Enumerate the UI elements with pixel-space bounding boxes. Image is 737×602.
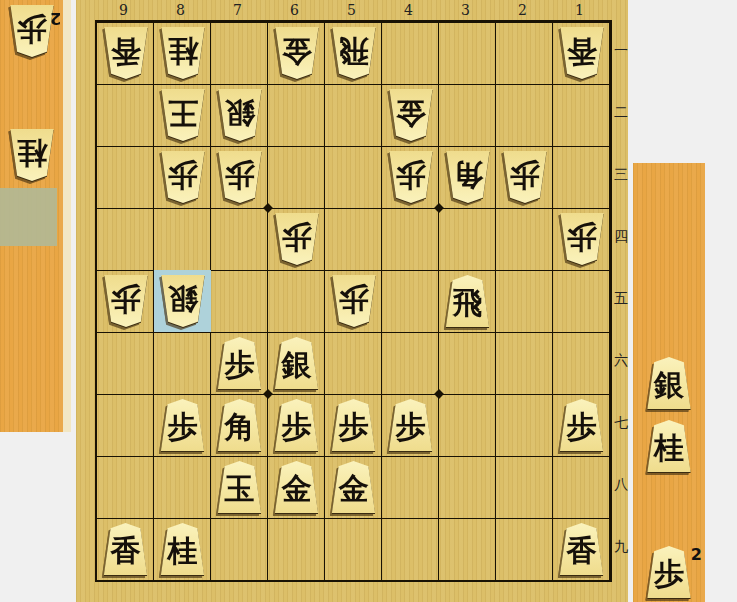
board-square-4二[interactable]: 金 [382, 84, 439, 146]
board-square-3三[interactable]: 角 [439, 146, 496, 208]
piece-kanji: 桂 [168, 536, 198, 566]
piece-kanji: 香 [111, 36, 141, 66]
shogi-piece[interactable]: 王 [159, 89, 207, 141]
shogi-piece[interactable]: 香 [558, 27, 606, 79]
rank-label-4: 四 [610, 206, 632, 268]
piece-kanji: 歩 [282, 412, 312, 442]
piece-kanji: 香 [567, 36, 597, 66]
board-square-1四[interactable]: 歩 [553, 208, 610, 270]
shogi-piece[interactable]: 飛 [330, 27, 378, 79]
board-square-5七[interactable]: 歩 [325, 394, 382, 456]
board-square-5五[interactable]: 歩 [325, 270, 382, 332]
gote-hand-tray: 歩2桂 [0, 0, 71, 432]
gote-piece-body: 歩 [558, 213, 606, 265]
piece-kanji: 銀 [225, 98, 255, 128]
piece-kanji: 玉 [225, 474, 255, 504]
piece-kanji: 香 [111, 536, 141, 566]
board-square-7六[interactable]: 歩 [211, 332, 268, 394]
gote-piece-body: 飛 [330, 27, 378, 79]
piece-kanji: 歩 [396, 160, 426, 190]
piece-kanji: 歩 [339, 284, 369, 314]
sente-piece-body: 歩 [273, 399, 321, 451]
sente-piece-body: 歩 [159, 399, 207, 451]
shogi-piece[interactable]: 金 [330, 461, 378, 513]
hand-count: 2 [50, 10, 61, 26]
shogi-piece[interactable]: 玉 [216, 461, 264, 513]
gote-piece-body: 歩 [102, 275, 150, 327]
gote-piece-body: 銀 [216, 89, 264, 141]
gote-piece-body: 桂 [159, 27, 207, 79]
board-square-6八[interactable]: 金 [268, 456, 325, 518]
sente-piece-body: 玉 [216, 461, 264, 513]
board-square-1九[interactable]: 香 [553, 518, 610, 580]
sente-piece-body: 歩 [387, 399, 435, 451]
sente-piece-body: 飛 [444, 275, 492, 327]
board-square-1七[interactable]: 歩 [553, 394, 610, 456]
gote-piece-body: 桂 [8, 129, 56, 181]
shogi-piece[interactable]: 歩 [645, 546, 693, 598]
piece-kanji: 歩 [225, 350, 255, 380]
piece-kanji: 歩 [339, 412, 369, 442]
piece-kanji: 桂 [17, 138, 47, 168]
sente-piece-body: 香 [102, 523, 150, 575]
board-square-8三[interactable]: 歩 [154, 146, 211, 208]
shogi-piece[interactable]: 歩 [558, 399, 606, 451]
piece-kanji: 歩 [567, 222, 597, 252]
file-label-5: 5 [323, 1, 380, 19]
piece-kanji: 銀 [654, 370, 684, 400]
shogi-piece[interactable]: 香 [558, 523, 606, 575]
piece-kanji: 角 [453, 160, 483, 190]
board-square-4三[interactable]: 歩 [382, 146, 439, 208]
sente-piece-body: 桂 [159, 523, 207, 575]
board-square-4七[interactable]: 歩 [382, 394, 439, 456]
rank-label-5: 五 [610, 268, 632, 330]
piece-kanji: 歩 [111, 284, 141, 314]
piece-kanji: 歩 [225, 160, 255, 190]
board-square-8九[interactable]: 桂 [154, 518, 211, 580]
shogi-piece[interactable]: 飛 [444, 275, 492, 327]
file-label-7: 7 [209, 1, 266, 19]
sente-piece-body: 金 [330, 461, 378, 513]
gote-piece-body: 銀 [159, 275, 207, 327]
sente-hand-歩[interactable]: 歩2 [633, 541, 705, 602]
shogi-piece[interactable]: 歩 [102, 275, 150, 327]
shogi-piece[interactable]: 桂 [8, 129, 56, 181]
rank-label-6: 六 [610, 330, 632, 392]
board-square-5八[interactable]: 金 [325, 456, 382, 518]
shogi-board-grid[interactable]: 香桂金飛香王銀金歩歩歩角歩歩歩歩銀歩飛歩銀歩角歩歩歩歩玉金金香桂香 [95, 20, 612, 582]
shogi-piece[interactable]: 歩 [216, 337, 264, 389]
file-label-6: 6 [266, 1, 323, 19]
shogi-piece[interactable]: 香 [102, 523, 150, 575]
piece-kanji: 歩 [282, 222, 312, 252]
board-square-1一[interactable]: 香 [553, 22, 610, 84]
piece-kanji: 飛 [453, 288, 483, 318]
piece-kanji: 桂 [654, 433, 684, 463]
board-square-7八[interactable]: 玉 [211, 456, 268, 518]
file-label-2: 2 [494, 1, 551, 19]
gote-hand-桂[interactable]: 桂 [0, 124, 63, 186]
board-square-3五[interactable]: 飛 [439, 270, 496, 332]
shogi-piece[interactable]: 桂 [159, 523, 207, 575]
gote-piece-body: 角 [444, 151, 492, 203]
shogi-piece[interactable]: 金 [387, 89, 435, 141]
piece-kanji: 歩 [396, 412, 426, 442]
board-square-6七[interactable]: 歩 [268, 394, 325, 456]
board-square-6六[interactable]: 銀 [268, 332, 325, 394]
gote-piece-body: 香 [558, 27, 606, 79]
rank-label-7: 七 [610, 392, 632, 454]
shogi-piece[interactable]: 角 [216, 399, 264, 451]
sente-piece-body: 金 [273, 461, 321, 513]
file-label-1: 1 [551, 1, 608, 19]
piece-kanji: 金 [396, 98, 426, 128]
piece-kanji: 桂 [168, 36, 198, 66]
board-square-9五[interactable]: 歩 [97, 270, 154, 332]
piece-kanji: 金 [339, 474, 369, 504]
gote-piece-body: 金 [273, 27, 321, 79]
piece-kanji: 王 [168, 98, 198, 128]
shogi-piece[interactable]: 歩 [387, 151, 435, 203]
gote-piece-body: 歩 [8, 5, 56, 57]
piece-kanji: 歩 [510, 160, 540, 190]
sente-piece-body: 香 [558, 523, 606, 575]
file-label-9: 9 [95, 1, 152, 19]
rank-label-8: 八 [610, 454, 632, 516]
gote-piece-body: 歩 [216, 151, 264, 203]
hand-count: 2 [691, 547, 702, 563]
piece-kanji: 歩 [17, 14, 47, 44]
rank-label-3: 三 [610, 144, 632, 206]
piece-kanji: 歩 [654, 559, 684, 589]
sente-hand-桂[interactable]: 桂 [633, 415, 705, 477]
board-square-8一[interactable]: 桂 [154, 22, 211, 84]
board-square-8五[interactable]: 銀 [154, 270, 211, 332]
piece-kanji: 歩 [168, 160, 198, 190]
sente-piece-body: 銀 [273, 337, 321, 389]
gote-piece-body: 歩 [330, 275, 378, 327]
gote-piece-body: 歩 [387, 151, 435, 203]
shogi-piece[interactable]: 角 [444, 151, 492, 203]
sente-piece-body: 銀 [645, 357, 693, 409]
shogi-piece[interactable]: 桂 [159, 27, 207, 79]
shogi-piece[interactable]: 香 [102, 27, 150, 79]
gote-piece-body: 王 [159, 89, 207, 141]
file-label-4: 4 [380, 1, 437, 19]
sente-piece-body: 桂 [645, 420, 693, 472]
shogi-piece[interactable]: 金 [273, 27, 321, 79]
sente-piece-body: 歩 [558, 399, 606, 451]
rank-label-2: 二 [610, 82, 632, 144]
shogi-piece[interactable]: 歩 [273, 213, 321, 265]
board-square-7二[interactable]: 銀 [211, 84, 268, 146]
board-square-5一[interactable]: 飛 [325, 22, 382, 84]
shogi-piece[interactable]: 歩 [558, 213, 606, 265]
shogi-piece[interactable]: 銀 [216, 89, 264, 141]
board-square-9一[interactable]: 香 [97, 22, 154, 84]
board-square-6四[interactable]: 歩 [268, 208, 325, 270]
board-square-2三[interactable]: 歩 [496, 146, 553, 208]
piece-kanji: 歩 [567, 412, 597, 442]
gote-piece-body: 歩 [159, 151, 207, 203]
piece-kanji: 歩 [168, 412, 198, 442]
sente-piece-body: 歩 [330, 399, 378, 451]
board-square-7七[interactable]: 角 [211, 394, 268, 456]
shogi-piece[interactable]: 歩 [8, 5, 56, 57]
shogi-piece[interactable]: 歩 [159, 151, 207, 203]
sente-hand-tray: 銀桂歩2 [633, 163, 705, 602]
shogi-piece[interactable]: 歩 [216, 151, 264, 203]
board-square-8二[interactable]: 王 [154, 84, 211, 146]
file-label-3: 3 [437, 1, 494, 19]
board-square-6一[interactable]: 金 [268, 22, 325, 84]
shogi-piece[interactable]: 歩 [273, 399, 321, 451]
rank-label-1: 一 [610, 20, 632, 82]
gote-piece-body: 香 [102, 27, 150, 79]
piece-kanji: 金 [282, 36, 312, 66]
gote-piece-body: 歩 [501, 151, 549, 203]
shogi-piece[interactable]: 歩 [159, 399, 207, 451]
shogi-board: 987654321 一二三四五六七八九 香桂金飛香王銀金歩歩歩角歩歩歩歩銀歩飛歩… [76, 0, 628, 602]
piece-kanji: 香 [567, 536, 597, 566]
hand-empty-slot-highlight [0, 188, 57, 246]
gote-hand-歩[interactable]: 歩2 [0, 0, 63, 62]
sente-piece-body: 角 [216, 399, 264, 451]
shogi-piece[interactable]: 歩 [387, 399, 435, 451]
board-square-7三[interactable]: 歩 [211, 146, 268, 208]
rank-label-9: 九 [610, 516, 632, 578]
piece-kanji: 金 [282, 474, 312, 504]
gote-piece-body: 金 [387, 89, 435, 141]
board-square-9九[interactable]: 香 [97, 518, 154, 580]
board-square-8七[interactable]: 歩 [154, 394, 211, 456]
shogi-piece[interactable]: 銀 [273, 337, 321, 389]
shogi-piece[interactable]: 銀 [159, 275, 207, 327]
shogi-piece[interactable]: 歩 [330, 275, 378, 327]
sente-hand-銀[interactable]: 銀 [633, 352, 705, 414]
shogi-piece[interactable]: 金 [273, 461, 321, 513]
piece-kanji: 銀 [168, 284, 198, 314]
sente-piece-body: 歩 [216, 337, 264, 389]
file-label-8: 8 [152, 1, 209, 19]
shogi-piece[interactable]: 桂 [645, 420, 693, 472]
piece-kanji: 飛 [339, 36, 369, 66]
piece-kanji: 銀 [282, 350, 312, 380]
shogi-piece[interactable]: 銀 [645, 357, 693, 409]
sente-piece-body: 歩 [645, 546, 693, 598]
shogi-piece[interactable]: 歩 [501, 151, 549, 203]
piece-kanji: 角 [225, 412, 255, 442]
shogi-piece[interactable]: 歩 [330, 399, 378, 451]
gote-piece-body: 歩 [273, 213, 321, 265]
